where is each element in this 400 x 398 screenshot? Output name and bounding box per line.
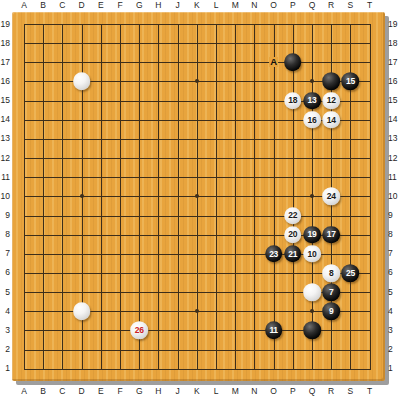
stone-move-number: 25 [346, 268, 355, 278]
coord-label-bottom: Q [304, 386, 320, 397]
coord-label-right: 15 [388, 95, 400, 106]
stone-black-S16: 15 [342, 73, 360, 91]
coord-label-top: H [150, 0, 166, 11]
star-point [310, 194, 314, 198]
stone-move-number: 7 [329, 287, 333, 297]
coord-label-top: K [189, 0, 205, 11]
coord-label-right: 12 [388, 153, 400, 164]
coord-label-bottom: C [54, 386, 70, 397]
stone-move-number: 11 [269, 325, 277, 335]
coord-label-right: 1 [388, 363, 400, 374]
coord-label-top: S [342, 0, 358, 11]
coord-label-left: 12 [0, 153, 10, 164]
coord-label-left: 5 [0, 287, 10, 298]
coord-label-top: B [35, 0, 51, 11]
grid-line-horizontal [24, 369, 371, 370]
stone-black-S6: 25 [342, 264, 360, 282]
coord-label-top: C [54, 0, 70, 11]
stone-white-G3: 26 [130, 322, 148, 340]
coord-label-bottom: J [170, 386, 186, 397]
grid-line-horizontal [24, 350, 371, 351]
coord-label-right: 16 [388, 76, 400, 87]
coord-label-left: 16 [0, 76, 10, 87]
stone-move-number: 23 [269, 249, 278, 259]
coord-label-bottom: L [208, 386, 224, 397]
coord-label-left: 2 [0, 344, 10, 355]
star-point [80, 194, 84, 198]
stone-move-number: 15 [346, 76, 355, 86]
grid-line-vertical [254, 24, 255, 370]
stone-white-P8: 20 [284, 226, 302, 244]
stone-black-R8: 17 [322, 226, 340, 244]
coord-label-right: 8 [388, 229, 400, 240]
go-board[interactable]: 7891011121314151617181920212223242526A [12, 12, 385, 381]
coord-label-bottom: K [189, 386, 205, 397]
coord-label-top: N [246, 0, 262, 11]
coord-label-top: P [285, 0, 301, 11]
coord-label-left: 8 [0, 229, 10, 240]
coord-label-right: 10 [388, 191, 400, 202]
coord-label-top: M [227, 0, 243, 11]
stone-move-number: 12 [327, 96, 336, 106]
coord-label-right: 9 [388, 210, 400, 221]
stone-move-number: 20 [288, 230, 297, 240]
star-point [310, 309, 314, 313]
coord-label-left: 3 [0, 325, 10, 336]
stone-black-R4: 9 [322, 302, 340, 320]
page: 7891011121314151617181920212223242526A A… [0, 0, 400, 398]
coord-label-bottom: M [227, 386, 243, 397]
coord-label-bottom: T [362, 386, 378, 397]
board-marker-A: A [269, 57, 279, 67]
stone-black-P17 [284, 54, 302, 72]
stone-white-Q7: 10 [303, 245, 321, 263]
coord-label-left: 17 [0, 57, 10, 68]
stone-white-D16 [73, 73, 91, 91]
star-point [195, 79, 199, 83]
coord-label-bottom: E [93, 386, 109, 397]
grid-line-vertical [235, 24, 236, 370]
coord-label-left: 11 [0, 172, 10, 183]
star-point [195, 309, 199, 313]
stone-white-R14: 14 [322, 111, 340, 129]
stone-move-number: 26 [135, 325, 144, 335]
coord-label-bottom: F [112, 386, 128, 397]
grid-line-vertical [370, 24, 371, 370]
coord-label-right: 19 [388, 19, 400, 30]
coord-label-right: 17 [388, 57, 400, 68]
coord-label-bottom: B [35, 386, 51, 397]
stone-black-O3: 11 [265, 322, 283, 340]
stone-move-number: 8 [329, 268, 333, 278]
coord-label-bottom: A [16, 386, 32, 397]
stone-black-R5: 7 [322, 283, 340, 301]
coord-label-right: 18 [388, 38, 400, 49]
coord-label-left: 19 [0, 19, 10, 30]
grid-line-vertical [274, 24, 275, 370]
coord-label-top: A [16, 0, 32, 11]
coord-label-bottom: S [342, 386, 358, 397]
coord-label-right: 4 [388, 306, 400, 317]
coord-label-left: 9 [0, 210, 10, 221]
coord-label-bottom: G [131, 386, 147, 397]
coord-label-top: O [266, 0, 282, 11]
stone-white-R10: 24 [322, 188, 340, 206]
grid-line-horizontal [24, 273, 371, 274]
coord-label-top: L [208, 0, 224, 11]
coord-label-left: 14 [0, 114, 10, 125]
coord-label-left: 7 [0, 248, 10, 259]
stone-move-number: 14 [327, 115, 336, 125]
coord-label-top: Q [304, 0, 320, 11]
grid-line-horizontal [24, 216, 371, 217]
coord-label-bottom: O [266, 386, 282, 397]
stone-white-R6: 8 [322, 264, 340, 282]
stone-move-number: 24 [327, 191, 336, 201]
coord-label-right: 2 [388, 344, 400, 355]
coord-label-right: 5 [388, 287, 400, 298]
coord-label-top: J [170, 0, 186, 11]
coord-label-top: F [112, 0, 128, 11]
stone-move-number: 13 [308, 96, 317, 106]
coord-label-left: 18 [0, 38, 10, 49]
coord-label-bottom: D [74, 386, 90, 397]
stone-move-number: 17 [327, 230, 336, 240]
coord-label-left: 6 [0, 267, 10, 278]
stone-move-number: 19 [308, 230, 317, 240]
coord-label-top: E [93, 0, 109, 11]
stone-move-number: 21 [288, 249, 297, 259]
coord-label-top: D [74, 0, 90, 11]
coord-label-right: 14 [388, 114, 400, 125]
stone-move-number: 9 [329, 306, 333, 316]
stone-black-O7: 23 [265, 245, 283, 263]
coord-label-left: 1 [0, 363, 10, 374]
coord-label-left: 15 [0, 95, 10, 106]
stone-black-R16 [322, 73, 340, 91]
stone-white-Q14: 16 [303, 111, 321, 129]
coord-label-bottom: N [246, 386, 262, 397]
stone-white-R15: 12 [322, 92, 340, 110]
stone-white-Q5 [303, 283, 321, 301]
star-point [195, 194, 199, 198]
stone-white-P15: 18 [284, 92, 302, 110]
coord-label-right: 3 [388, 325, 400, 336]
coord-label-left: 4 [0, 306, 10, 317]
coord-label-bottom: P [285, 386, 301, 397]
stone-black-Q3 [303, 322, 321, 340]
stone-black-Q15: 13 [303, 92, 321, 110]
stone-white-P9: 22 [284, 207, 302, 225]
stone-move-number: 18 [288, 96, 297, 106]
coord-label-right: 13 [388, 133, 400, 144]
stone-black-P7: 21 [284, 245, 302, 263]
coord-label-top: R [323, 0, 339, 11]
coord-label-left: 13 [0, 133, 10, 144]
grid-line-vertical [216, 24, 217, 370]
coord-label-right: 11 [388, 172, 400, 183]
coord-label-left: 10 [0, 191, 10, 202]
coord-label-right: 6 [388, 267, 400, 278]
grid-line-vertical [293, 24, 294, 370]
coord-label-bottom: H [150, 386, 166, 397]
stone-move-number: 16 [308, 115, 317, 125]
stone-black-Q8: 19 [303, 226, 321, 244]
coord-label-top: G [131, 0, 147, 11]
stone-move-number: 10 [308, 249, 317, 259]
stone-move-number: 22 [288, 211, 297, 221]
coord-label-bottom: R [323, 386, 339, 397]
star-point [310, 79, 314, 83]
coord-label-top: T [362, 0, 378, 11]
coord-label-right: 7 [388, 248, 400, 259]
stone-white-D4 [73, 302, 91, 320]
